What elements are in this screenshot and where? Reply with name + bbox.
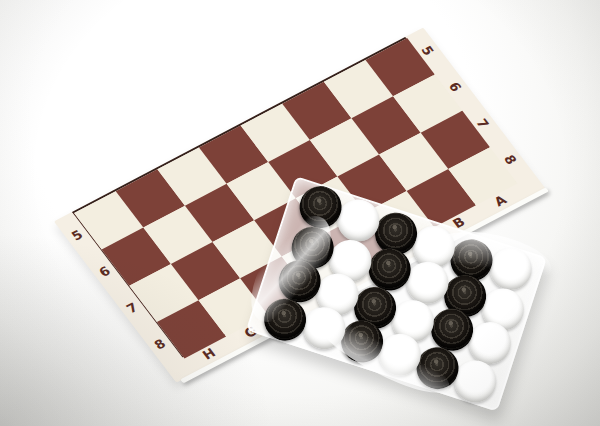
checker-white (484, 242, 537, 295)
product-photo: 5678 5678 HGFEDCBA (0, 0, 600, 426)
rank-label-right-6: 6 (429, 68, 483, 106)
rank-label-right-5: 5 (401, 32, 455, 70)
rank-label-right-7: 7 (456, 104, 510, 142)
rank-label-right-8: 8 (484, 141, 538, 179)
